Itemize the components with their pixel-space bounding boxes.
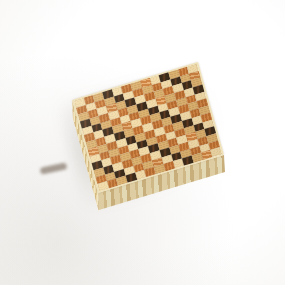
photo-canvas bbox=[0, 0, 285, 285]
corner-shadow-sliver bbox=[40, 162, 68, 174]
board-cell-maple bbox=[211, 147, 222, 157]
